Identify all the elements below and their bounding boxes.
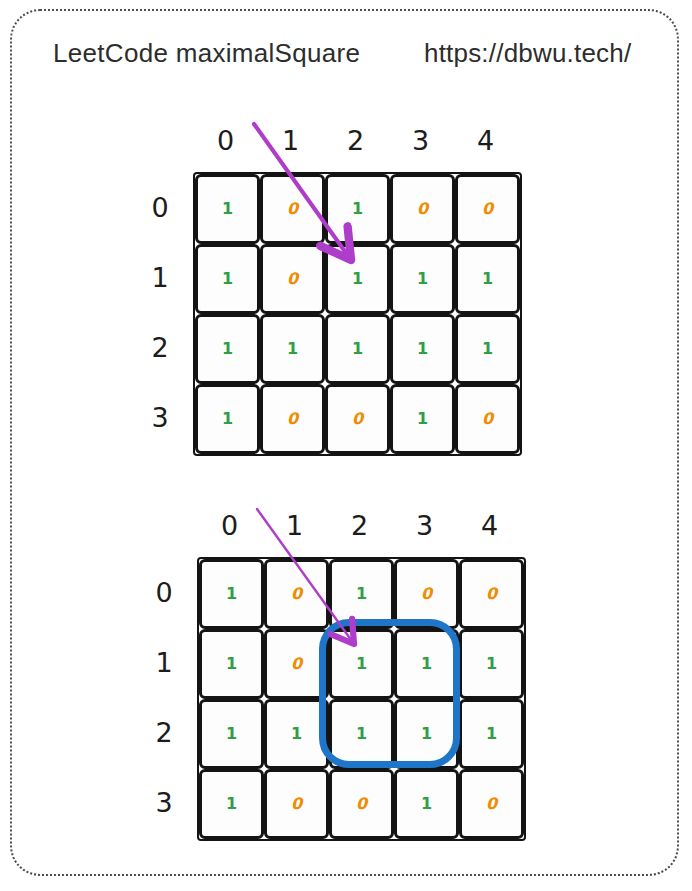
col-label-2: 2 — [323, 118, 388, 162]
cell-value: 1 — [486, 656, 497, 672]
cell-value: 1 — [226, 586, 237, 602]
cell-value: 1 — [226, 796, 237, 812]
cell-value: 1 — [352, 201, 363, 217]
cell-value: 1 — [222, 411, 233, 427]
cell-value: 1 — [222, 341, 233, 357]
cell-r0-c3: 0 — [390, 174, 455, 244]
cell-r1-c4: 1 — [459, 629, 524, 699]
max-square-highlight — [319, 619, 460, 768]
row-labels-bottom: 0123 — [142, 557, 186, 837]
cell-value: 0 — [291, 796, 302, 812]
cell-r2-c3: 1 — [390, 314, 455, 384]
cell-value: 0 — [291, 586, 302, 602]
cell-r1-c3: 1 — [390, 244, 455, 314]
col-label-4: 4 — [453, 118, 518, 162]
cell-value: 1 — [486, 726, 497, 742]
col-label-0: 0 — [197, 503, 262, 547]
cell-r3-c3: 1 — [390, 384, 455, 454]
row-label-3: 3 — [138, 382, 182, 452]
cell-r1-c2: 1 — [325, 244, 390, 314]
cell-value: 1 — [222, 201, 233, 217]
cell-r3-c2: 0 — [325, 384, 390, 454]
cell-value: 1 — [417, 341, 428, 357]
cell-r0-c0: 1 — [199, 559, 264, 629]
cell-r2-c0: 1 — [195, 314, 260, 384]
cell-value: 1 — [352, 341, 363, 357]
cell-value: 1 — [356, 586, 367, 602]
row-label-3: 3 — [142, 767, 186, 837]
row-label-2: 2 — [142, 697, 186, 767]
column-labels-bottom: 01234 — [197, 503, 522, 547]
cell-value: 1 — [482, 271, 493, 287]
cell-value: 1 — [417, 411, 428, 427]
cell-value: 0 — [287, 201, 298, 217]
cell-value: 1 — [421, 796, 432, 812]
matrix-grid-top: 10100101111111110010 — [193, 172, 522, 456]
cell-value: 0 — [287, 271, 298, 287]
row-label-2: 2 — [138, 312, 182, 382]
cell-value: 1 — [352, 271, 363, 287]
cell-value: 1 — [287, 341, 298, 357]
cell-r3-c4: 0 — [459, 769, 524, 839]
row-label-1: 1 — [142, 627, 186, 697]
col-label-3: 3 — [388, 118, 453, 162]
cell-r0-c2: 1 — [325, 174, 390, 244]
cell-value: 1 — [226, 656, 237, 672]
page-url: https://dbwu.tech/ — [424, 38, 631, 69]
cell-value: 0 — [352, 411, 363, 427]
col-label-1: 1 — [258, 118, 323, 162]
cell-r2-c1: 1 — [260, 314, 325, 384]
cell-r3-c1: 0 — [264, 769, 329, 839]
cell-r0-c4: 0 — [455, 174, 520, 244]
cell-r3-c2: 0 — [329, 769, 394, 839]
cell-value: 0 — [486, 586, 497, 602]
cell-r3-c0: 1 — [195, 384, 260, 454]
cell-value: 0 — [356, 796, 367, 812]
col-label-3: 3 — [392, 503, 457, 547]
cell-r1-c0: 1 — [199, 629, 264, 699]
cell-r0-c4: 0 — [459, 559, 524, 629]
cell-value: 0 — [421, 586, 432, 602]
row-labels-top: 0123 — [138, 172, 182, 452]
cell-value: 1 — [482, 341, 493, 357]
cell-value: 1 — [417, 271, 428, 287]
cell-r1-c1: 0 — [260, 244, 325, 314]
cell-value: 1 — [291, 726, 302, 742]
cell-value: 0 — [291, 656, 302, 672]
cell-r2-c4: 1 — [455, 314, 520, 384]
row-label-1: 1 — [138, 242, 182, 312]
row-label-0: 0 — [142, 557, 186, 627]
cell-r2-c2: 1 — [325, 314, 390, 384]
cell-value: 0 — [486, 796, 497, 812]
cell-r3-c1: 0 — [260, 384, 325, 454]
cell-value: 0 — [482, 201, 493, 217]
cell-r3-c4: 0 — [455, 384, 520, 454]
page-title: LeetCode maximalSquare — [53, 38, 360, 69]
cell-value: 1 — [222, 271, 233, 287]
cell-r1-c4: 1 — [455, 244, 520, 314]
column-labels-top: 01234 — [193, 118, 518, 162]
cell-r1-c0: 1 — [195, 244, 260, 314]
row-label-0: 0 — [138, 172, 182, 242]
cell-value: 0 — [417, 201, 428, 217]
cell-r2-c4: 1 — [459, 699, 524, 769]
canvas: LeetCode maximalSquare https://dbwu.tech… — [0, 0, 692, 891]
col-label-1: 1 — [262, 503, 327, 547]
col-label-0: 0 — [193, 118, 258, 162]
cell-r0-c1: 0 — [260, 174, 325, 244]
cell-r3-c0: 1 — [199, 769, 264, 839]
cell-r2-c0: 1 — [199, 699, 264, 769]
col-label-4: 4 — [457, 503, 522, 547]
cell-r0-c0: 1 — [195, 174, 260, 244]
cell-value: 0 — [482, 411, 493, 427]
cell-value: 0 — [287, 411, 298, 427]
cell-value: 1 — [226, 726, 237, 742]
cell-r0-c1: 0 — [264, 559, 329, 629]
col-label-2: 2 — [327, 503, 392, 547]
cell-r3-c3: 1 — [394, 769, 459, 839]
